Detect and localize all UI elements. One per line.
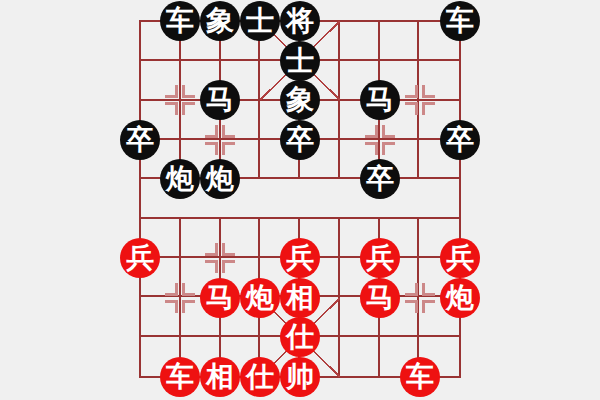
marker-corner (182, 300, 195, 313)
board-cell (340, 22, 380, 61)
piece-black-horse[interactable]: 马 (200, 80, 240, 120)
marker-corner (422, 283, 435, 296)
piece-red-soldier[interactable]: 兵 (440, 238, 480, 278)
marker-corner (382, 142, 395, 155)
marker-corner (422, 102, 435, 115)
piece-red-cannon[interactable]: 炮 (440, 278, 480, 318)
piece-black-elephant[interactable]: 象 (280, 80, 320, 120)
piece-black-general[interactable]: 将 (280, 1, 320, 41)
marker-corner (205, 243, 218, 256)
marker-corner (165, 102, 178, 115)
marker-corner (182, 102, 195, 115)
piece-red-general[interactable]: 帅 (280, 357, 320, 397)
board-cell (419, 179, 459, 218)
piece-black-advisor[interactable]: 士 (240, 1, 280, 41)
piece-red-horse[interactable]: 马 (360, 278, 400, 318)
piece-red-cannon[interactable]: 炮 (240, 278, 280, 318)
board-cell (260, 179, 300, 218)
star-point-marker (205, 125, 235, 155)
piece-black-chariot[interactable]: 车 (440, 1, 480, 41)
marker-corner (365, 125, 378, 138)
piece-red-horse[interactable]: 马 (200, 278, 240, 318)
piece-black-cannon[interactable]: 炮 (200, 159, 240, 199)
marker-corner (405, 283, 418, 296)
board-cell (380, 22, 420, 61)
piece-black-soldier[interactable]: 卒 (440, 120, 480, 160)
marker-corner (182, 85, 195, 98)
star-point-marker (365, 125, 395, 155)
piece-red-elephant[interactable]: 相 (200, 357, 240, 397)
marker-corner (405, 102, 418, 115)
star-point-marker (165, 85, 195, 115)
marker-corner (205, 125, 218, 138)
star-point-marker (405, 283, 435, 313)
piece-black-soldier[interactable]: 卒 (280, 120, 320, 160)
marker-corner (205, 260, 218, 273)
star-point-marker (165, 283, 195, 313)
piece-black-cannon[interactable]: 炮 (160, 159, 200, 199)
piece-red-advisor[interactable]: 仕 (240, 357, 280, 397)
piece-red-advisor[interactable]: 仕 (280, 317, 320, 357)
marker-corner (165, 283, 178, 296)
marker-corner (182, 283, 195, 296)
marker-corner (222, 142, 235, 155)
piece-red-chariot[interactable]: 车 (160, 357, 200, 397)
piece-red-soldier[interactable]: 兵 (360, 238, 400, 278)
marker-corner (365, 142, 378, 155)
star-point-marker (205, 243, 235, 273)
marker-corner (405, 85, 418, 98)
marker-corner (165, 300, 178, 313)
piece-black-elephant[interactable]: 象 (200, 1, 240, 41)
piece-red-soldier[interactable]: 兵 (280, 238, 320, 278)
marker-corner (222, 125, 235, 138)
piece-black-soldier[interactable]: 卒 (360, 159, 400, 199)
piece-red-elephant[interactable]: 相 (280, 278, 320, 318)
marker-corner (222, 260, 235, 273)
piece-red-chariot[interactable]: 车 (400, 357, 440, 397)
piece-black-advisor[interactable]: 士 (280, 41, 320, 81)
marker-corner (165, 85, 178, 98)
piece-black-soldier[interactable]: 卒 (120, 120, 160, 160)
piece-black-horse[interactable]: 马 (360, 80, 400, 120)
marker-corner (405, 300, 418, 313)
board-cell (340, 337, 380, 376)
marker-corner (422, 85, 435, 98)
marker-corner (382, 125, 395, 138)
piece-red-soldier[interactable]: 兵 (120, 238, 160, 278)
marker-corner (222, 243, 235, 256)
board-cell (300, 179, 340, 218)
piece-black-chariot[interactable]: 车 (160, 1, 200, 41)
xiangqi-board-screenshot: 车象士将车士马象马卒卒卒炮炮卒兵兵兵兵马炮相马炮仕车相仕帅车 (0, 0, 600, 400)
star-point-marker (405, 85, 435, 115)
marker-corner (422, 300, 435, 313)
marker-corner (205, 142, 218, 155)
